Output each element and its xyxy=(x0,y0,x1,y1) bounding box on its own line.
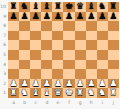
white-knight: ♞ xyxy=(86,88,97,98)
file-label-e: e xyxy=(52,99,63,108)
square-i9[interactable]: ♟ xyxy=(97,12,108,22)
square-i6[interactable] xyxy=(97,40,108,50)
square-a1[interactable]: ♜ xyxy=(8,88,19,98)
black-pawn: ♟ xyxy=(97,12,108,22)
black-pawn: ♟ xyxy=(63,12,74,22)
black-pawn: ♟ xyxy=(108,12,119,22)
square-f5[interactable] xyxy=(63,50,74,60)
chess-board[interactable]: ♜♞♝♝♜♚♛♝♞♜♟♟♟♟♟♟♟♟♟♟♟♟♟♟♟♟♟♟♟♟♜♞♝♝♛♚♜♞♞♜ xyxy=(8,2,119,98)
black-pawn: ♟ xyxy=(52,12,63,22)
square-a6[interactable] xyxy=(8,40,19,50)
square-j7[interactable] xyxy=(108,31,119,41)
square-a10[interactable]: ♜ xyxy=(8,2,19,12)
square-h2[interactable]: ♟ xyxy=(86,79,97,89)
square-d4[interactable] xyxy=(41,60,52,70)
square-b6[interactable] xyxy=(19,40,30,50)
square-j2[interactable]: ♟ xyxy=(108,79,119,89)
white-bishop: ♝ xyxy=(41,88,52,98)
square-c10[interactable]: ♝ xyxy=(30,2,41,12)
rank-label-8: 8 xyxy=(0,21,7,31)
square-b8[interactable] xyxy=(19,21,30,31)
square-e10[interactable]: ♜ xyxy=(52,2,63,12)
rank-label-1: 1 xyxy=(0,88,7,98)
black-bishop: ♝ xyxy=(86,2,97,12)
square-g7[interactable] xyxy=(75,31,86,41)
square-g6[interactable] xyxy=(75,40,86,50)
square-h4[interactable] xyxy=(86,60,97,70)
square-e1[interactable]: ♛ xyxy=(52,88,63,98)
square-j6[interactable] xyxy=(108,40,119,50)
square-c5[interactable] xyxy=(30,50,41,60)
square-h6[interactable] xyxy=(86,40,97,50)
square-c4[interactable] xyxy=(30,60,41,70)
white-pawn: ♟ xyxy=(97,79,108,89)
square-g4[interactable] xyxy=(75,60,86,70)
square-i2[interactable]: ♟ xyxy=(97,79,108,89)
square-c8[interactable] xyxy=(30,21,41,31)
white-pawn: ♟ xyxy=(75,79,86,89)
square-a5[interactable] xyxy=(8,50,19,60)
black-pawn: ♟ xyxy=(30,12,41,22)
square-j5[interactable] xyxy=(108,50,119,60)
white-knight: ♞ xyxy=(19,88,30,98)
square-g9[interactable]: ♟ xyxy=(75,12,86,22)
square-f9[interactable]: ♟ xyxy=(63,12,74,22)
board-stage: 10987654321 ♜♞♝♝♜♚♛♝♞♜♟♟♟♟♟♟♟♟♟♟♟♟♟♟♟♟♟♟… xyxy=(0,0,120,109)
square-i5[interactable] xyxy=(97,50,108,60)
square-i7[interactable] xyxy=(97,31,108,41)
square-c7[interactable] xyxy=(30,31,41,41)
square-i10[interactable]: ♞ xyxy=(97,2,108,12)
black-pawn: ♟ xyxy=(75,12,86,22)
white-pawn: ♟ xyxy=(41,79,52,89)
square-d7[interactable] xyxy=(41,31,52,41)
square-h5[interactable] xyxy=(86,50,97,60)
square-b2[interactable]: ♟ xyxy=(19,79,30,89)
rank-label-6: 6 xyxy=(0,40,7,50)
white-pawn: ♟ xyxy=(52,79,63,89)
rank-label-5: 5 xyxy=(0,50,7,60)
white-pawn: ♟ xyxy=(8,79,19,89)
square-c3[interactable] xyxy=(30,69,41,79)
square-e5[interactable] xyxy=(52,50,63,60)
square-i4[interactable] xyxy=(97,60,108,70)
square-e3[interactable] xyxy=(52,69,63,79)
square-b5[interactable] xyxy=(19,50,30,60)
square-f2[interactable]: ♟ xyxy=(63,79,74,89)
square-d10[interactable]: ♝ xyxy=(41,2,52,12)
square-h8[interactable] xyxy=(86,21,97,31)
square-e6[interactable] xyxy=(52,40,63,50)
rank-label-4: 4 xyxy=(0,60,7,70)
white-pawn: ♟ xyxy=(108,79,119,89)
file-label-h: h xyxy=(86,99,97,108)
square-g2[interactable]: ♟ xyxy=(75,79,86,89)
file-label-g: g xyxy=(75,99,86,108)
square-h3[interactable] xyxy=(86,69,97,79)
square-c2[interactable]: ♟ xyxy=(30,79,41,89)
square-b4[interactable] xyxy=(19,60,30,70)
square-i1[interactable]: ♞ xyxy=(97,88,108,98)
square-j3[interactable] xyxy=(108,69,119,79)
square-h1[interactable]: ♞ xyxy=(86,88,97,98)
white-knight: ♞ xyxy=(97,88,108,98)
file-label-i: i xyxy=(97,99,108,108)
square-e4[interactable] xyxy=(52,60,63,70)
white-pawn: ♟ xyxy=(86,79,97,89)
black-chancellor: ♜ xyxy=(52,2,63,12)
white-pawn: ♟ xyxy=(19,79,30,89)
black-rook: ♜ xyxy=(108,2,119,12)
file-label-c: c xyxy=(30,99,41,108)
rank-label-7: 7 xyxy=(0,31,7,41)
square-h7[interactable] xyxy=(86,31,97,41)
white-pawn: ♟ xyxy=(63,79,74,89)
black-pawn: ♟ xyxy=(86,12,97,22)
square-f4[interactable] xyxy=(63,60,74,70)
black-queen: ♛ xyxy=(75,2,86,12)
square-b10[interactable]: ♞ xyxy=(19,2,30,12)
square-d8[interactable] xyxy=(41,21,52,31)
black-pawn: ♟ xyxy=(19,12,30,22)
white-rook: ♜ xyxy=(8,88,19,98)
black-bishop: ♝ xyxy=(41,2,52,12)
square-e9[interactable]: ♟ xyxy=(52,12,63,22)
square-j10[interactable]: ♜ xyxy=(108,2,119,12)
square-b1[interactable]: ♞ xyxy=(19,88,30,98)
square-j8[interactable] xyxy=(108,21,119,31)
file-label-a: a xyxy=(8,99,19,108)
square-g5[interactable] xyxy=(75,50,86,60)
square-c1[interactable]: ♝ xyxy=(30,88,41,98)
black-rook: ♜ xyxy=(8,2,19,12)
white-bishop: ♝ xyxy=(30,88,41,98)
square-g3[interactable] xyxy=(75,69,86,79)
rank-label-3: 3 xyxy=(0,69,7,79)
white-pawn: ♟ xyxy=(30,79,41,89)
square-d3[interactable] xyxy=(41,69,52,79)
file-labels: abcdefghij xyxy=(8,99,119,108)
file-label-f: f xyxy=(63,99,74,108)
square-f10[interactable]: ♚ xyxy=(63,2,74,12)
square-f7[interactable] xyxy=(63,31,74,41)
square-i3[interactable] xyxy=(97,69,108,79)
file-label-d: d xyxy=(41,99,52,108)
square-j1[interactable]: ♜ xyxy=(108,88,119,98)
square-d2[interactable]: ♟ xyxy=(41,79,52,89)
square-g8[interactable] xyxy=(75,21,86,31)
square-f6[interactable] xyxy=(63,40,74,50)
square-c6[interactable] xyxy=(30,40,41,50)
black-bishop: ♝ xyxy=(30,2,41,12)
black-pawn: ♟ xyxy=(8,12,19,22)
square-h10[interactable]: ♝ xyxy=(86,2,97,12)
square-a2[interactable]: ♟ xyxy=(8,79,19,89)
file-label-j: j xyxy=(108,99,119,108)
white-chancellor: ♜ xyxy=(75,88,86,98)
black-pawn: ♟ xyxy=(41,12,52,22)
square-f3[interactable] xyxy=(63,69,74,79)
square-g1[interactable]: ♜ xyxy=(75,88,86,98)
square-f8[interactable] xyxy=(63,21,74,31)
square-j4[interactable] xyxy=(108,60,119,70)
square-d5[interactable] xyxy=(41,50,52,60)
square-b7[interactable] xyxy=(19,31,30,41)
white-king: ♚ xyxy=(63,88,74,98)
black-knight: ♞ xyxy=(97,2,108,12)
square-a3[interactable] xyxy=(8,69,19,79)
square-b3[interactable] xyxy=(19,69,30,79)
square-c9[interactable]: ♟ xyxy=(30,12,41,22)
square-f1[interactable]: ♚ xyxy=(63,88,74,98)
square-e2[interactable]: ♟ xyxy=(52,79,63,89)
square-d9[interactable]: ♟ xyxy=(41,12,52,22)
rank-label-10: 10 xyxy=(0,2,7,12)
black-knight: ♞ xyxy=(19,2,30,12)
square-e7[interactable] xyxy=(52,31,63,41)
white-rook: ♜ xyxy=(108,88,119,98)
square-b9[interactable]: ♟ xyxy=(19,12,30,22)
square-h9[interactable]: ♟ xyxy=(86,12,97,22)
square-a7[interactable] xyxy=(8,31,19,41)
rank-label-9: 9 xyxy=(0,12,7,22)
square-a8[interactable] xyxy=(8,21,19,31)
square-d6[interactable] xyxy=(41,40,52,50)
square-i8[interactable] xyxy=(97,21,108,31)
square-e8[interactable] xyxy=(52,21,63,31)
rank-labels: 10987654321 xyxy=(0,2,7,98)
square-a9[interactable]: ♟ xyxy=(8,12,19,22)
file-label-b: b xyxy=(19,99,30,108)
rank-label-2: 2 xyxy=(0,79,7,89)
square-g10[interactable]: ♛ xyxy=(75,2,86,12)
black-king: ♚ xyxy=(63,2,74,12)
square-d1[interactable]: ♝ xyxy=(41,88,52,98)
square-a4[interactable] xyxy=(8,60,19,70)
white-queen: ♛ xyxy=(52,88,63,98)
square-j9[interactable]: ♟ xyxy=(108,12,119,22)
